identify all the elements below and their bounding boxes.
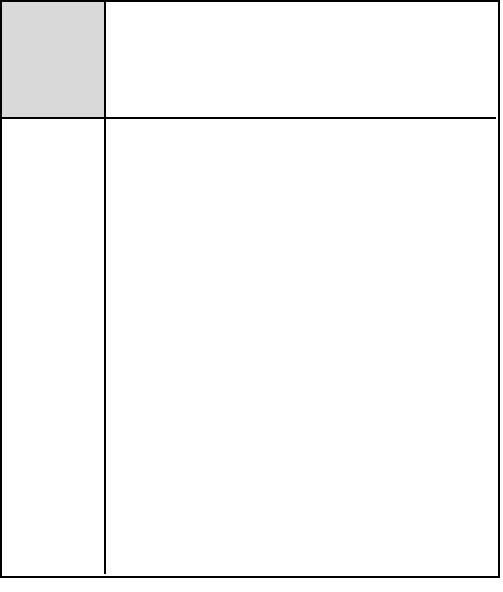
clue-corner-box [2, 2, 106, 119]
row-clues-area [2, 119, 106, 574]
puzzle-grid [106, 119, 496, 574]
nonogram-puzzle-screen [0, 0, 503, 592]
nonogram-board [0, 0, 500, 578]
column-clues-area [106, 2, 496, 119]
